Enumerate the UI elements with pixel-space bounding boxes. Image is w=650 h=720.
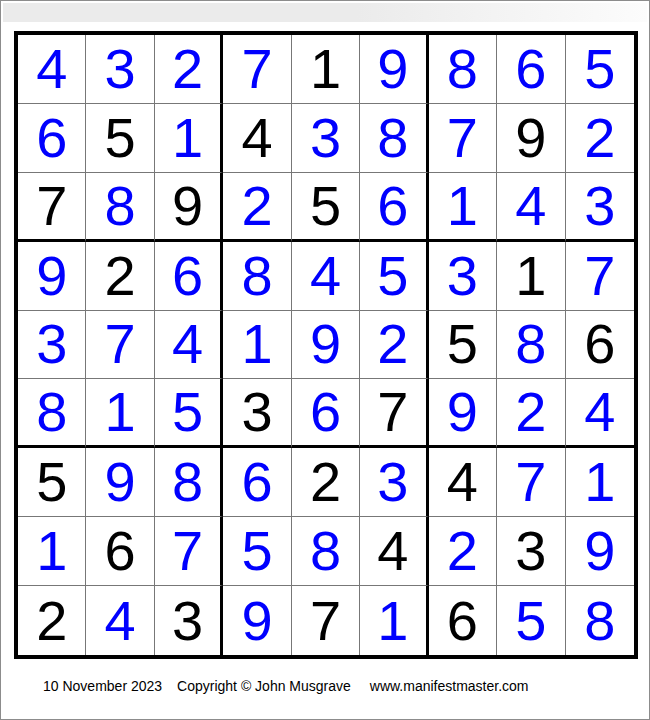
cell-r8c3: 7 — [155, 517, 223, 586]
cell-r5c4: 1 — [223, 311, 291, 380]
cell-r8c9: 9 — [566, 517, 634, 586]
cell-r4c5: 4 — [292, 242, 360, 311]
footer-date: 10 November 2023 — [43, 678, 162, 694]
cell-r9c1: 2 — [18, 586, 86, 655]
cell-r9c2: 4 — [86, 586, 154, 655]
footer-copyright: Copyright © John Musgrave — [177, 678, 351, 694]
cell-r1c8: 6 — [497, 35, 565, 104]
sudoku-grid: 4327198656514387927892561439268453173741… — [14, 31, 638, 659]
cell-r2c8: 9 — [497, 104, 565, 173]
cell-r2c6: 8 — [360, 104, 428, 173]
cell-r5c3: 4 — [155, 311, 223, 380]
cell-r9c6: 1 — [360, 586, 428, 655]
cell-r3c4: 2 — [223, 173, 291, 242]
cell-r2c7: 7 — [429, 104, 497, 173]
cell-r9c3: 3 — [155, 586, 223, 655]
cell-r1c1: 4 — [18, 35, 86, 104]
cell-r4c3: 6 — [155, 242, 223, 311]
cell-r2c2: 5 — [86, 104, 154, 173]
cell-r2c3: 1 — [155, 104, 223, 173]
cell-r1c4: 7 — [223, 35, 291, 104]
cell-r1c9: 5 — [566, 35, 634, 104]
cell-r4c4: 8 — [223, 242, 291, 311]
cell-r1c6: 9 — [360, 35, 428, 104]
cell-r8c8: 3 — [497, 517, 565, 586]
cell-r5c8: 8 — [497, 311, 565, 380]
cell-r3c2: 8 — [86, 173, 154, 242]
cell-r2c5: 3 — [292, 104, 360, 173]
cell-r6c1: 8 — [18, 379, 86, 448]
cell-r6c8: 2 — [497, 379, 565, 448]
cell-r7c6: 3 — [360, 448, 428, 517]
cell-r7c4: 6 — [223, 448, 291, 517]
cell-r5c2: 7 — [86, 311, 154, 380]
cell-r5c5: 9 — [292, 311, 360, 380]
cell-r3c5: 5 — [292, 173, 360, 242]
cell-r9c4: 9 — [223, 586, 291, 655]
cell-r6c3: 5 — [155, 379, 223, 448]
cell-r7c9: 1 — [566, 448, 634, 517]
cell-r9c5: 7 — [292, 586, 360, 655]
cell-r7c7: 4 — [429, 448, 497, 517]
cell-r8c5: 8 — [292, 517, 360, 586]
footer-website: www.manifestmaster.com — [370, 678, 529, 694]
cell-r4c9: 7 — [566, 242, 634, 311]
header-bar — [3, 3, 647, 22]
cell-r6c9: 4 — [566, 379, 634, 448]
cell-r7c5: 2 — [292, 448, 360, 517]
cell-r5c6: 2 — [360, 311, 428, 380]
cell-r3c3: 9 — [155, 173, 223, 242]
cell-r1c7: 8 — [429, 35, 497, 104]
cell-r1c5: 1 — [292, 35, 360, 104]
cell-r7c1: 5 — [18, 448, 86, 517]
cell-r7c3: 8 — [155, 448, 223, 517]
cell-r4c1: 9 — [18, 242, 86, 311]
cell-r4c6: 5 — [360, 242, 428, 311]
cell-r7c2: 9 — [86, 448, 154, 517]
cell-r6c4: 3 — [223, 379, 291, 448]
footer: 10 November 2023Copyright © John Musgrav… — [43, 677, 529, 695]
cell-r7c8: 7 — [497, 448, 565, 517]
cell-r1c2: 3 — [86, 35, 154, 104]
cell-r1c3: 2 — [155, 35, 223, 104]
cell-r2c9: 2 — [566, 104, 634, 173]
cell-r2c1: 6 — [18, 104, 86, 173]
cell-r6c6: 7 — [360, 379, 428, 448]
cell-r8c6: 4 — [360, 517, 428, 586]
cell-r4c7: 3 — [429, 242, 497, 311]
cell-r3c6: 6 — [360, 173, 428, 242]
cell-r9c7: 6 — [429, 586, 497, 655]
cell-r5c9: 6 — [566, 311, 634, 380]
cell-r4c8: 1 — [497, 242, 565, 311]
cell-r4c2: 2 — [86, 242, 154, 311]
cell-r6c7: 9 — [429, 379, 497, 448]
cell-r3c7: 1 — [429, 173, 497, 242]
cell-r6c2: 1 — [86, 379, 154, 448]
cell-r9c8: 5 — [497, 586, 565, 655]
cell-r3c9: 3 — [566, 173, 634, 242]
cell-r2c4: 4 — [223, 104, 291, 173]
cell-r5c7: 5 — [429, 311, 497, 380]
cell-r8c4: 5 — [223, 517, 291, 586]
cell-r8c2: 6 — [86, 517, 154, 586]
cell-r8c7: 2 — [429, 517, 497, 586]
cell-r3c8: 4 — [497, 173, 565, 242]
cell-r8c1: 1 — [18, 517, 86, 586]
cell-r5c1: 3 — [18, 311, 86, 380]
page: 4327198656514387927892561439268453173741… — [0, 0, 650, 720]
cell-r9c9: 8 — [566, 586, 634, 655]
cell-r6c5: 6 — [292, 379, 360, 448]
cell-r3c1: 7 — [18, 173, 86, 242]
